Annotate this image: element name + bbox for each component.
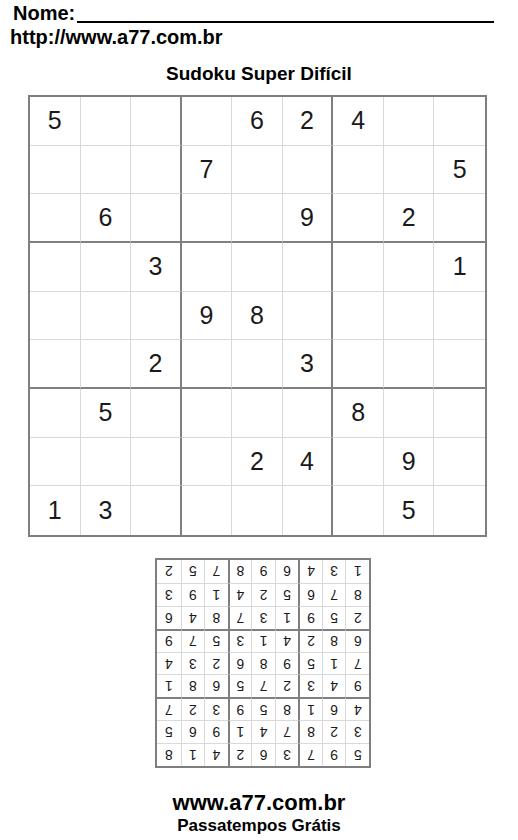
solution-cell-r6c4: 4 (275, 629, 299, 652)
puzzle-cell-r8c3[interactable] (131, 438, 182, 487)
puzzle-cell-r7c3[interactable] (131, 389, 182, 438)
solution-cell-r6c2: 8 (322, 629, 346, 652)
puzzle-cell-r7c7: 8 (333, 389, 384, 438)
solution-cell-r3c4: 8 (275, 697, 299, 720)
solution-cell-r3c9: 7 (157, 697, 181, 720)
solution-cell-r1c6: 2 (228, 743, 252, 766)
solution-cell-r9c2: 3 (322, 560, 346, 583)
puzzle-cell-r5c7[interactable] (333, 292, 384, 341)
puzzle-cell-r9c3[interactable] (131, 486, 182, 535)
solution-cell-r6c5: 1 (251, 629, 275, 652)
name-label: Nome: (13, 2, 75, 25)
solution-cell-r1c4: 3 (275, 743, 299, 766)
solution-cell-r2c1: 3 (345, 720, 369, 743)
solution-cell-r7c3: 9 (298, 606, 322, 629)
puzzle-cell-r8c5: 2 (232, 438, 283, 487)
puzzle-cell-r4c5[interactable] (232, 243, 283, 292)
solution-cell-r9c7: 7 (204, 560, 228, 583)
solution-cell-r4c4: 2 (275, 674, 299, 697)
solution-cell-r2c5: 4 (251, 720, 275, 743)
puzzle-cell-r5c1[interactable] (30, 292, 81, 341)
puzzle-cell-r1c9[interactable] (434, 97, 485, 146)
puzzle-cell-r8c7[interactable] (333, 438, 384, 487)
solution-cell-r1c8: 1 (181, 743, 205, 766)
puzzle-cell-r5c6[interactable] (283, 292, 334, 341)
puzzle-cell-r6c4[interactable] (182, 340, 233, 389)
solution-cell-r9c5: 9 (251, 560, 275, 583)
puzzle-cell-r9c4[interactable] (182, 486, 233, 535)
solution-cell-r2c2: 2 (322, 720, 346, 743)
solution-cell-r2c7: 9 (204, 720, 228, 743)
puzzle-cell-r2c3[interactable] (131, 146, 182, 195)
solution-cell-r1c2: 9 (322, 743, 346, 766)
solution-cell-r3c2: 6 (322, 697, 346, 720)
solution-cell-r8c1: 8 (345, 583, 369, 606)
solution-cell-r4c6: 5 (228, 674, 252, 697)
puzzle-cell-r8c4[interactable] (182, 438, 233, 487)
solution-cell-r6c9: 9 (157, 629, 181, 652)
solution-cell-r5c8: 3 (181, 652, 205, 675)
puzzle-cell-r9c9[interactable] (434, 486, 485, 535)
solution-cell-r8c8: 9 (181, 583, 205, 606)
sudoku-solution-grid-rotated: 5973624183287419654618593279432756817159… (155, 558, 371, 768)
puzzle-cell-r7c9[interactable] (434, 389, 485, 438)
solution-cell-r5c5: 8 (251, 652, 275, 675)
puzzle-cell-r9c5[interactable] (232, 486, 283, 535)
solution-cell-r8c5: 2 (251, 583, 275, 606)
solution-cell-r3c7: 3 (204, 697, 228, 720)
solution-cell-r9c9: 2 (157, 560, 181, 583)
puzzle-cell-r7c2: 5 (81, 389, 132, 438)
puzzle-cell-r2c8[interactable] (384, 146, 435, 195)
solution-cell-r8c3: 6 (298, 583, 322, 606)
solution-cell-r9c1: 1 (345, 560, 369, 583)
puzzle-cell-r9c7[interactable] (333, 486, 384, 535)
puzzle-cell-r3c3[interactable] (131, 194, 182, 243)
solution-cell-r6c7: 5 (204, 629, 228, 652)
solution-cell-r4c1: 9 (345, 674, 369, 697)
puzzle-cell-r8c8: 9 (384, 438, 435, 487)
puzzle-cell-r9c1: 1 (30, 486, 81, 535)
puzzle-cell-r1c7: 4 (333, 97, 384, 146)
solution-cell-r1c1: 5 (345, 743, 369, 766)
solution-cell-r9c8: 5 (181, 560, 205, 583)
solution-cell-r6c3: 2 (298, 629, 322, 652)
puzzle-cell-r4c1[interactable] (30, 243, 81, 292)
puzzle-cell-r2c1[interactable] (30, 146, 81, 195)
puzzle-cell-r8c1[interactable] (30, 438, 81, 487)
puzzle-cell-r4c9: 1 (434, 243, 485, 292)
solution-cell-r2c6: 1 (228, 720, 252, 743)
solution-cell-r7c7: 8 (204, 606, 228, 629)
puzzle-cell-r2c2[interactable] (81, 146, 132, 195)
solution-cell-r3c3: 1 (298, 697, 322, 720)
solution-cell-r4c2: 4 (322, 674, 346, 697)
solution-cell-r4c7: 6 (204, 674, 228, 697)
puzzle-cell-r6c8[interactable] (384, 340, 435, 389)
solution-cell-r6c1: 6 (345, 629, 369, 652)
puzzle-cell-r8c6: 4 (283, 438, 334, 487)
solution-cell-r7c6: 7 (228, 606, 252, 629)
solution-cell-r5c3: 5 (298, 652, 322, 675)
solution-cell-r8c4: 5 (275, 583, 299, 606)
puzzle-cell-r6c1[interactable] (30, 340, 81, 389)
puzzle-cell-r5c8[interactable] (384, 292, 435, 341)
solution-cell-r8c6: 4 (228, 583, 252, 606)
name-blank-line[interactable] (77, 21, 494, 23)
solution-cell-r6c8: 7 (181, 629, 205, 652)
puzzle-cell-r3c9[interactable] (434, 194, 485, 243)
puzzle-cell-r6c2[interactable] (81, 340, 132, 389)
puzzle-cell-r6c5[interactable] (232, 340, 283, 389)
puzzle-cell-r1c1: 5 (30, 97, 81, 146)
puzzle-cell-r3c6: 9 (283, 194, 334, 243)
puzzle-cell-r2c9: 5 (434, 146, 485, 195)
solution-cell-r3c8: 2 (181, 697, 205, 720)
puzzle-cell-r5c4: 9 (182, 292, 233, 341)
solution-cell-r3c5: 5 (251, 697, 275, 720)
puzzle-cell-r5c3[interactable] (131, 292, 182, 341)
puzzle-cell-r3c4[interactable] (182, 194, 233, 243)
puzzle-cell-r5c5: 8 (232, 292, 283, 341)
puzzle-title: Sudoku Super Difícil (0, 63, 518, 85)
puzzle-cell-r4c7[interactable] (333, 243, 384, 292)
puzzle-cell-r1c5: 6 (232, 97, 283, 146)
solution-cell-r5c7: 2 (204, 652, 228, 675)
puzzle-cell-r6c9[interactable] (434, 340, 485, 389)
solution-cell-r6c6: 3 (228, 629, 252, 652)
puzzle-cell-r3c5[interactable] (232, 194, 283, 243)
solution-cell-r4c3: 3 (298, 674, 322, 697)
solution-cell-r7c2: 5 (322, 606, 346, 629)
puzzle-cell-r3c8: 2 (384, 194, 435, 243)
solution-cell-r2c8: 6 (181, 720, 205, 743)
puzzle-cell-r6c6: 3 (283, 340, 334, 389)
solution-cell-r1c9: 8 (157, 743, 181, 766)
solution-cell-r7c1: 2 (345, 606, 369, 629)
solution-cell-r2c9: 5 (157, 720, 181, 743)
footer-site-url: www.a77.com.br (0, 790, 518, 816)
puzzle-cell-r5c2[interactable] (81, 292, 132, 341)
solution-cell-r4c5: 7 (251, 674, 275, 697)
puzzle-cell-r7c4[interactable] (182, 389, 233, 438)
solution-cell-r4c8: 8 (181, 674, 205, 697)
puzzle-cell-r9c2: 3 (81, 486, 132, 535)
solution-cell-r5c6: 6 (228, 652, 252, 675)
puzzle-cell-r1c2[interactable] (81, 97, 132, 146)
solution-cell-r7c8: 4 (181, 606, 205, 629)
puzzle-cell-r2c4: 7 (182, 146, 233, 195)
puzzle-cell-r1c6: 2 (283, 97, 334, 146)
puzzle-cell-r5c9[interactable] (434, 292, 485, 341)
puzzle-cell-r8c9[interactable] (434, 438, 485, 487)
solution-cell-r1c5: 6 (251, 743, 275, 766)
solution-cell-r1c7: 4 (204, 743, 228, 766)
puzzle-cell-r2c7[interactable] (333, 146, 384, 195)
puzzle-cell-r7c5[interactable] (232, 389, 283, 438)
solution-cell-r4c9: 1 (157, 674, 181, 697)
solution-cell-r8c2: 7 (322, 583, 346, 606)
puzzle-cell-r9c6[interactable] (283, 486, 334, 535)
puzzle-cell-r4c3: 3 (131, 243, 182, 292)
solution-cell-r3c6: 9 (228, 697, 252, 720)
puzzle-cell-r3c1[interactable] (30, 194, 81, 243)
footer-tagline: Passatempos Grátis (0, 816, 518, 836)
puzzle-cell-r1c4[interactable] (182, 97, 233, 146)
solution-cell-r9c4: 6 (275, 560, 299, 583)
solution-cell-r5c2: 1 (322, 652, 346, 675)
puzzle-cell-r3c2: 6 (81, 194, 132, 243)
solution-cell-r7c5: 3 (251, 606, 275, 629)
sudoku-puzzle-grid: 56247569231982358249135 (28, 95, 487, 537)
solution-cell-r3c1: 4 (345, 697, 369, 720)
solution-cell-r2c4: 7 (275, 720, 299, 743)
puzzle-cell-r7c6[interactable] (283, 389, 334, 438)
puzzle-cell-r8c2[interactable] (81, 438, 132, 487)
puzzle-cell-r2c5[interactable] (232, 146, 283, 195)
sudoku-print-page: Nome: http://www.a77.com.br Sudoku Super… (0, 0, 518, 840)
solution-cell-r1c3: 7 (298, 743, 322, 766)
puzzle-cell-r7c1[interactable] (30, 389, 81, 438)
puzzle-cell-r1c8[interactable] (384, 97, 435, 146)
puzzle-cell-r6c3: 2 (131, 340, 182, 389)
puzzle-cell-r7c8[interactable] (384, 389, 435, 438)
solution-cell-r8c7: 1 (204, 583, 228, 606)
solution-cell-r9c3: 4 (298, 560, 322, 583)
solution-cell-r5c4: 9 (275, 652, 299, 675)
puzzle-cell-r4c2[interactable] (81, 243, 132, 292)
solution-cell-r5c1: 7 (345, 652, 369, 675)
solution-cell-r2c3: 8 (298, 720, 322, 743)
puzzle-cell-r1c3[interactable] (131, 97, 182, 146)
puzzle-cell-r6c7[interactable] (333, 340, 384, 389)
puzzle-cell-r3c7[interactable] (333, 194, 384, 243)
site-url-text: http://www.a77.com.br (10, 26, 223, 49)
solution-cell-r7c9: 6 (157, 606, 181, 629)
solution-cell-r5c9: 4 (157, 652, 181, 675)
puzzle-cell-r2c6[interactable] (283, 146, 334, 195)
puzzle-cell-r4c4[interactable] (182, 243, 233, 292)
puzzle-cell-r4c6[interactable] (283, 243, 334, 292)
solution-cell-r8c9: 3 (157, 583, 181, 606)
puzzle-cell-r9c8: 5 (384, 486, 435, 535)
solution-cell-r9c6: 8 (228, 560, 252, 583)
puzzle-cell-r4c8[interactable] (384, 243, 435, 292)
solution-cell-r7c4: 1 (275, 606, 299, 629)
